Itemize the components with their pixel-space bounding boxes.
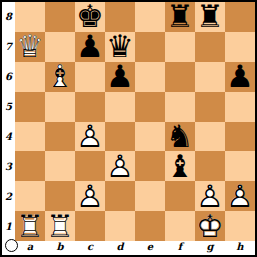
square-h3[interactable]	[225, 151, 255, 181]
piece-black-pawn[interactable]: ♟	[75, 32, 105, 62]
piece-white-pawn[interactable]: ♟♙	[105, 151, 135, 181]
square-e2[interactable]	[135, 181, 165, 211]
rank-labels: 87654321	[2, 2, 15, 241]
file-label-d: d	[105, 241, 135, 255]
square-a7[interactable]: ♛♕	[15, 32, 45, 62]
white-piece-outline: ♗	[45, 62, 75, 92]
square-h4[interactable]	[225, 122, 255, 152]
square-g5[interactable]	[195, 92, 225, 122]
square-a6[interactable]	[15, 62, 45, 92]
black-piece-glyph: ♟	[225, 62, 255, 92]
square-e1[interactable]	[135, 211, 165, 241]
square-c1[interactable]	[75, 211, 105, 241]
square-a1[interactable]: ♜♖	[15, 211, 45, 241]
piece-black-rook[interactable]: ♜	[195, 2, 225, 32]
white-piece-outline: ♙	[195, 181, 225, 211]
file-label-e: e	[135, 241, 165, 255]
black-piece-glyph: ♜	[195, 2, 225, 32]
white-piece-outline: ♔	[195, 211, 225, 241]
chess-board: ♚♜♜♛♕♟♛♝♗♟♟♟♙♞♟♙♝♟♙♟♙♟♙♜♖♜♖♚♔	[15, 2, 255, 241]
piece-black-bishop[interactable]: ♝	[165, 151, 195, 181]
square-c7[interactable]: ♟	[75, 32, 105, 62]
rank-label-4: 4	[2, 122, 15, 152]
square-d3[interactable]: ♟♙	[105, 151, 135, 181]
square-b5[interactable]	[45, 92, 75, 122]
black-piece-glyph: ♝	[165, 151, 195, 181]
piece-white-bishop[interactable]: ♝♗	[45, 62, 75, 92]
rank-label-1: 1	[2, 211, 15, 241]
square-f8[interactable]: ♜	[165, 2, 195, 32]
square-d4[interactable]	[105, 122, 135, 152]
square-d1[interactable]	[105, 211, 135, 241]
white-to-move-indicator	[5, 239, 18, 252]
file-label-h: h	[225, 241, 255, 255]
rank-label-3: 3	[2, 151, 15, 181]
square-c6[interactable]	[75, 62, 105, 92]
square-c2[interactable]: ♟♙	[75, 181, 105, 211]
square-b4[interactable]	[45, 122, 75, 152]
square-a5[interactable]	[15, 92, 45, 122]
square-g3[interactable]	[195, 151, 225, 181]
square-f6[interactable]	[165, 62, 195, 92]
white-piece-outline: ♙	[75, 181, 105, 211]
square-f7[interactable]	[165, 32, 195, 62]
square-f3[interactable]: ♝	[165, 151, 195, 181]
square-h5[interactable]	[225, 92, 255, 122]
white-piece-outline: ♕	[15, 32, 45, 62]
piece-black-knight[interactable]: ♞	[165, 122, 195, 152]
piece-white-rook[interactable]: ♜♖	[45, 211, 75, 241]
piece-white-pawn[interactable]: ♟♙	[225, 181, 255, 211]
square-d5[interactable]	[105, 92, 135, 122]
piece-white-queen[interactable]: ♛♕	[15, 32, 45, 62]
rank-label-7: 7	[2, 32, 15, 62]
square-c3[interactable]	[75, 151, 105, 181]
white-piece-outline: ♖	[45, 211, 75, 241]
white-piece-outline: ♙	[225, 181, 255, 211]
square-h8[interactable]	[225, 2, 255, 32]
chess-diagram: 87654321 ♚♜♜♛♕♟♛♝♗♟♟♟♙♞♟♙♝♟♙♟♙♟♙♜♖♜♖♚♔ a…	[0, 0, 257, 257]
black-piece-glyph: ♜	[165, 2, 195, 32]
square-b3[interactable]	[45, 151, 75, 181]
piece-black-pawn[interactable]: ♟	[225, 62, 255, 92]
piece-white-rook[interactable]: ♜♖	[15, 211, 45, 241]
square-a4[interactable]	[15, 122, 45, 152]
piece-white-pawn[interactable]: ♟♙	[195, 181, 225, 211]
square-b8[interactable]	[45, 2, 75, 32]
rank-label-8: 8	[2, 2, 15, 32]
piece-white-king[interactable]: ♚♔	[195, 211, 225, 241]
white-piece-outline: ♙	[75, 122, 105, 152]
piece-white-pawn[interactable]: ♟♙	[75, 122, 105, 152]
square-d6[interactable]: ♟	[105, 62, 135, 92]
square-e8[interactable]	[135, 2, 165, 32]
square-f1[interactable]	[165, 211, 195, 241]
square-a3[interactable]	[15, 151, 45, 181]
square-h2[interactable]: ♟♙	[225, 181, 255, 211]
square-g6[interactable]	[195, 62, 225, 92]
square-b2[interactable]	[45, 181, 75, 211]
square-c4[interactable]: ♟♙	[75, 122, 105, 152]
piece-white-pawn[interactable]: ♟♙	[75, 181, 105, 211]
file-label-f: f	[165, 241, 195, 255]
square-e4[interactable]	[135, 122, 165, 152]
square-g7[interactable]	[195, 32, 225, 62]
square-h6[interactable]: ♟	[225, 62, 255, 92]
black-piece-glyph: ♟	[75, 32, 105, 62]
square-g2[interactable]: ♟♙	[195, 181, 225, 211]
square-e5[interactable]	[135, 92, 165, 122]
rank-label-6: 6	[2, 62, 15, 92]
square-e6[interactable]	[135, 62, 165, 92]
rank-label-2: 2	[2, 181, 15, 211]
white-piece-outline: ♖	[15, 211, 45, 241]
piece-black-rook[interactable]: ♜	[165, 2, 195, 32]
square-b6[interactable]: ♝♗	[45, 62, 75, 92]
square-f4[interactable]: ♞	[165, 122, 195, 152]
black-piece-glyph: ♟	[105, 62, 135, 92]
square-b1[interactable]: ♜♖	[45, 211, 75, 241]
piece-black-pawn[interactable]: ♟	[105, 62, 135, 92]
square-e7[interactable]	[135, 32, 165, 62]
white-piece-outline: ♙	[105, 151, 135, 181]
square-d2[interactable]	[105, 181, 135, 211]
file-label-c: c	[75, 241, 105, 255]
square-g4[interactable]	[195, 122, 225, 152]
black-piece-glyph: ♞	[165, 122, 195, 152]
square-g8[interactable]: ♜	[195, 2, 225, 32]
square-f2[interactable]	[165, 181, 195, 211]
square-e3[interactable]	[135, 151, 165, 181]
square-g1[interactable]: ♚♔	[195, 211, 225, 241]
rank-label-5: 5	[2, 92, 15, 122]
square-h1[interactable]	[225, 211, 255, 241]
square-a2[interactable]	[15, 181, 45, 211]
